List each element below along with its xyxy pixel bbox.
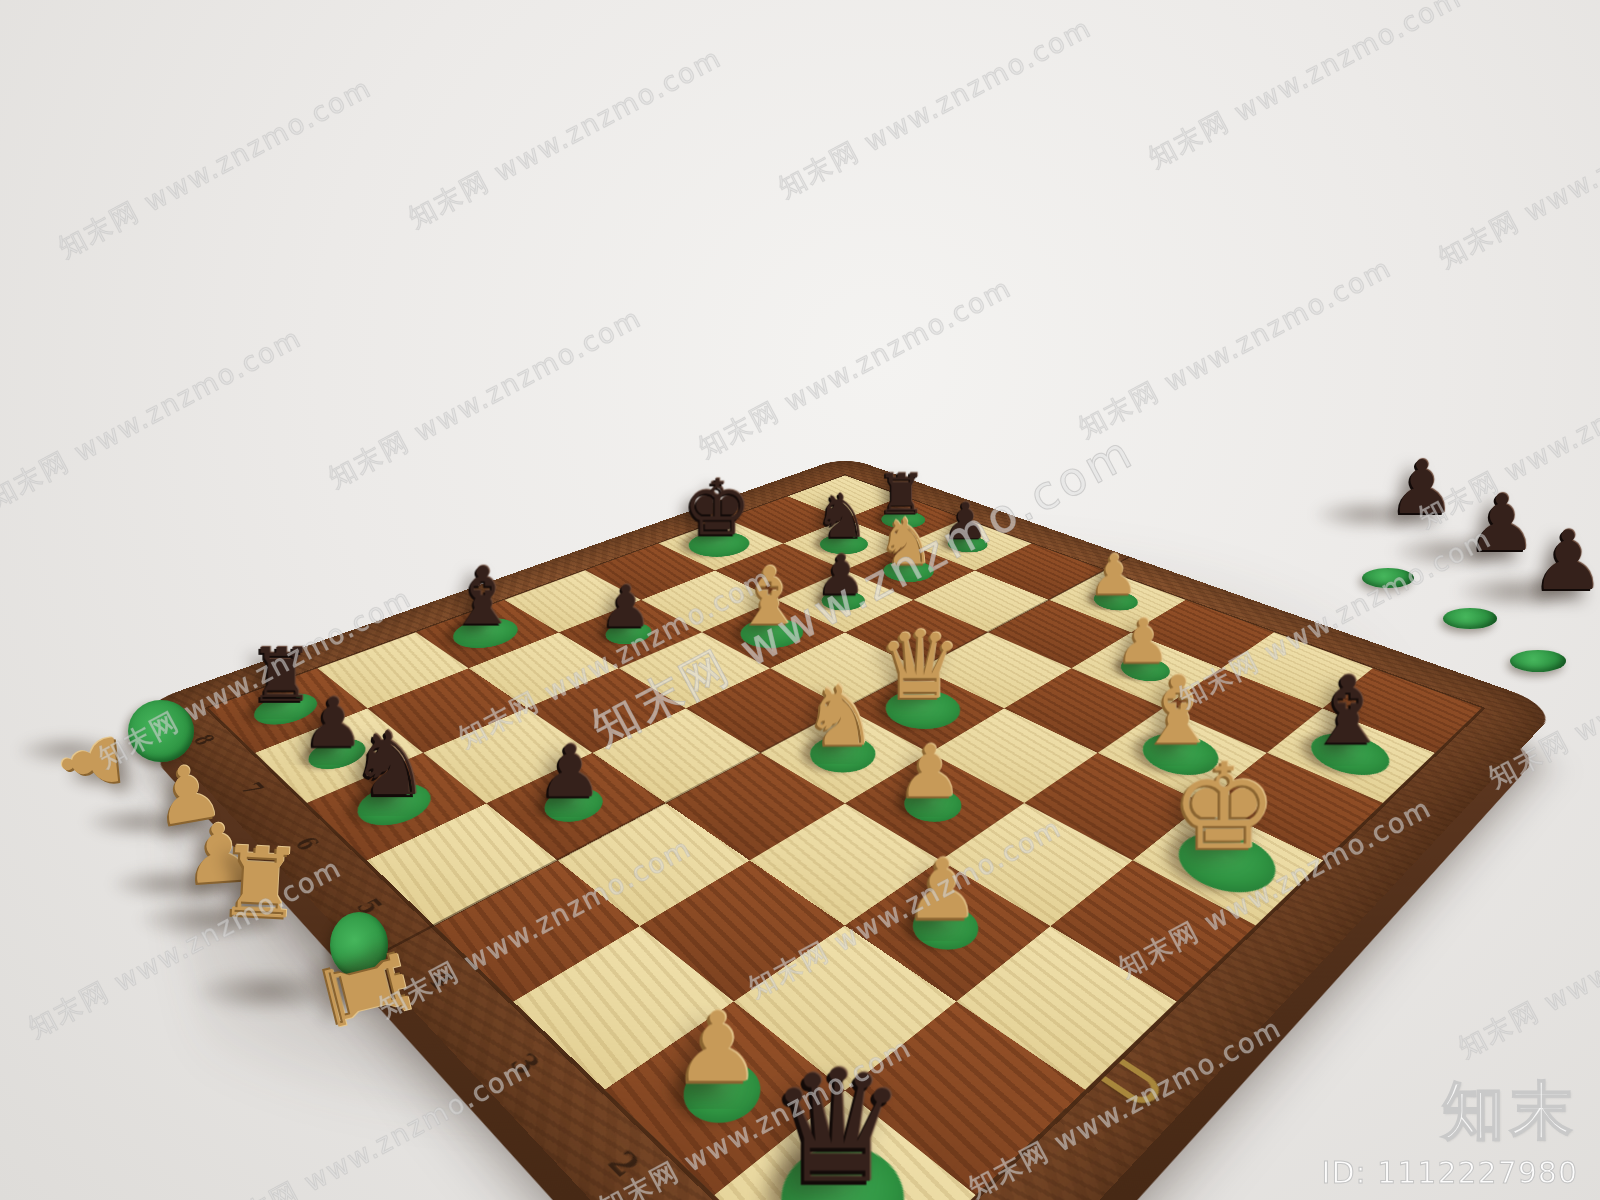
square-h1[interactable]: ♛ [714,1090,976,1200]
piece-white-P-e3[interactable]: ♟ [851,737,1009,806]
brand-badge: 知末 ID: 1112227980 [1322,1069,1578,1190]
piece-black-P-g5[interactable]: ♟ [491,737,649,806]
piece-black-Q-h1[interactable]: ♛ [722,1053,954,1200]
captured-white-P[interactable]: ♟ [55,688,195,758]
captured-black-P[interactable]: ♟ [1498,522,1600,600]
watermark-text: 知末网 www.znzmo.com [692,270,1018,466]
piece-white-K-d1[interactable]: ♚ [1139,751,1308,863]
watermark-text: 知末网 www.znzmo.com [1142,0,1468,176]
piece-black-K-c8[interactable]: ♚ [662,472,772,545]
piece-white-P-f2[interactable]: ♟ [852,851,1033,930]
piece-black-B-f8[interactable]: ♝ [419,559,545,634]
piece-white-B-d6[interactable]: ♝ [706,559,832,634]
watermark-text: 知末网 www.znzmo.com [402,40,728,236]
asset-id-label: ID: 1112227980 [1322,1155,1578,1190]
captured-white-R[interactable]: ♜ [248,905,388,1002]
felt-base-disc [1362,568,1414,588]
brass-clasp-icon [1101,1059,1166,1110]
felt-base-disc [1443,608,1497,629]
piece-black-N-h6[interactable]: ♞ [311,722,469,806]
page: { "game": "chess", "scene_title": "Woode… [0,0,1600,1200]
watermark-text: 知末网 www.znzmo.com [52,70,378,266]
watermark-text: 知末网 www.znzmo.com [0,320,308,516]
rail-number-3: 3 [493,1036,560,1091]
piece-black-P-e7[interactable]: ♟ [563,579,689,634]
felt-base-disc [1510,650,1566,672]
watermark-text: 知末网 www.znzmo.com [1432,80,1600,276]
rail-number-2: 2 [588,1131,662,1196]
piece-black-B-b1[interactable]: ♝ [1273,666,1422,755]
watermark-text: 知末网 www.znzmo.com [1072,250,1398,446]
watermark-text: 知末网 www.znzmo.com [1452,870,1600,1066]
piece-white-P-a4[interactable]: ♟ [1054,549,1174,601]
watermark-text: 知末网 www.znzmo.com [322,300,648,496]
watermark-text: 知末网 www.znzmo.com [772,10,1098,206]
site-logo: 知末 [1322,1069,1578,1153]
